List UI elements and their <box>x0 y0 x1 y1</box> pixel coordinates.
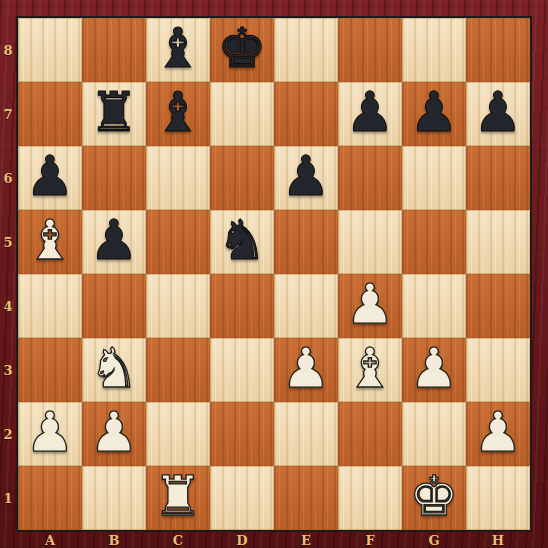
square-c6[interactable] <box>146 146 210 210</box>
file-label-text: B <box>109 533 120 548</box>
square-b1[interactable] <box>82 466 146 530</box>
square-g8[interactable] <box>402 18 466 82</box>
piece-black-bishop[interactable]: ♝ <box>153 85 202 140</box>
square-h7[interactable]: ♟ <box>466 82 530 146</box>
square-f7[interactable]: ♟ <box>338 82 402 146</box>
square-g7[interactable]: ♟ <box>402 82 466 146</box>
square-g3[interactable]: ♟ <box>402 338 466 402</box>
square-a7[interactable] <box>18 82 82 146</box>
square-d3[interactable] <box>210 338 274 402</box>
square-c3[interactable] <box>146 338 210 402</box>
square-f5[interactable] <box>338 210 402 274</box>
rank-label-1: 1 <box>0 466 16 530</box>
file-label-f: F <box>338 532 402 548</box>
square-b2[interactable]: ♟ <box>82 402 146 466</box>
piece-black-pawn[interactable]: ♟ <box>89 213 138 268</box>
piece-white-pawn[interactable]: ♟ <box>473 405 522 460</box>
piece-white-pawn[interactable]: ♟ <box>345 277 394 332</box>
rank-label-text: 5 <box>3 235 12 250</box>
square-a2[interactable]: ♟ <box>18 402 82 466</box>
square-f6[interactable] <box>338 146 402 210</box>
piece-black-knight[interactable]: ♞ <box>217 213 266 268</box>
file-label-c: C <box>146 532 210 548</box>
square-g6[interactable] <box>402 146 466 210</box>
square-g4[interactable] <box>402 274 466 338</box>
square-e2[interactable] <box>274 402 338 466</box>
file-label-text: F <box>365 533 374 548</box>
square-b7[interactable]: ♜ <box>82 82 146 146</box>
piece-white-rook[interactable]: ♜ <box>153 469 202 524</box>
file-label-d: D <box>210 532 274 548</box>
rank-label-8: 8 <box>0 18 16 82</box>
square-d7[interactable] <box>210 82 274 146</box>
rank-label-6: 6 <box>0 146 16 210</box>
square-f3[interactable]: ♝ <box>338 338 402 402</box>
square-h2[interactable]: ♟ <box>466 402 530 466</box>
square-d2[interactable] <box>210 402 274 466</box>
rank-label-4: 4 <box>0 274 16 338</box>
square-c7[interactable]: ♝ <box>146 82 210 146</box>
rank-labels: 87654321 <box>0 18 16 530</box>
piece-white-bishop[interactable]: ♝ <box>25 213 74 268</box>
square-d6[interactable] <box>210 146 274 210</box>
file-label-e: E <box>274 532 338 548</box>
square-e8[interactable] <box>274 18 338 82</box>
square-h4[interactable] <box>466 274 530 338</box>
square-b8[interactable] <box>82 18 146 82</box>
square-e6[interactable]: ♟ <box>274 146 338 210</box>
piece-white-pawn[interactable]: ♟ <box>25 405 74 460</box>
file-label-text: C <box>173 533 183 548</box>
file-label-h: H <box>466 532 530 548</box>
piece-black-pawn[interactable]: ♟ <box>281 149 330 204</box>
rank-label-7: 7 <box>0 82 16 146</box>
rank-label-text: 4 <box>3 299 12 314</box>
piece-white-bishop[interactable]: ♝ <box>345 341 394 396</box>
file-label-text: E <box>301 533 311 548</box>
square-a4[interactable] <box>18 274 82 338</box>
square-d5[interactable]: ♞ <box>210 210 274 274</box>
file-label-text: D <box>236 533 247 548</box>
rank-label-text: 6 <box>3 171 12 186</box>
square-e7[interactable] <box>274 82 338 146</box>
square-c4[interactable] <box>146 274 210 338</box>
square-f4[interactable]: ♟ <box>338 274 402 338</box>
square-d8[interactable]: ♚ <box>210 18 274 82</box>
piece-white-pawn[interactable]: ♟ <box>281 341 330 396</box>
square-e5[interactable] <box>274 210 338 274</box>
square-c2[interactable] <box>146 402 210 466</box>
rank-label-text: 3 <box>3 363 12 378</box>
rank-label-text: 1 <box>3 491 12 506</box>
rank-label-2: 2 <box>0 402 16 466</box>
rank-label-5: 5 <box>0 210 16 274</box>
piece-black-king[interactable]: ♚ <box>217 21 266 76</box>
piece-black-pawn[interactable]: ♟ <box>409 85 458 140</box>
rank-label-text: 2 <box>3 427 12 442</box>
square-h3[interactable] <box>466 338 530 402</box>
square-h6[interactable] <box>466 146 530 210</box>
file-labels: ABCDEFGH <box>18 532 530 548</box>
piece-white-knight[interactable]: ♞ <box>89 341 138 396</box>
file-label-text: A <box>45 533 55 548</box>
chess-app-window: { "game": "chess", "position": { "fen": … <box>0 0 548 548</box>
square-c8[interactable]: ♝ <box>146 18 210 82</box>
square-h8[interactable] <box>466 18 530 82</box>
square-b4[interactable] <box>82 274 146 338</box>
square-c5[interactable] <box>146 210 210 274</box>
piece-white-pawn[interactable]: ♟ <box>409 341 458 396</box>
piece-black-pawn[interactable]: ♟ <box>345 85 394 140</box>
square-g1[interactable]: ♚ <box>402 466 466 530</box>
board-grid: ♝♚♜♝♟♟♟♟♟♝♟♞♟♞♟♝♟♟♟♟♜♚ <box>18 18 530 530</box>
file-label-text: G <box>428 533 439 548</box>
square-e4[interactable] <box>274 274 338 338</box>
file-label-text: H <box>492 533 504 548</box>
square-d1[interactable] <box>210 466 274 530</box>
square-h1[interactable] <box>466 466 530 530</box>
piece-black-rook[interactable]: ♜ <box>89 85 138 140</box>
rank-label-text: 7 <box>3 107 12 122</box>
square-f8[interactable] <box>338 18 402 82</box>
chess-board: ♝♚♜♝♟♟♟♟♟♝♟♞♟♞♟♝♟♟♟♟♜♚ <box>16 16 532 532</box>
square-h5[interactable] <box>466 210 530 274</box>
square-b3[interactable]: ♞ <box>82 338 146 402</box>
piece-black-pawn[interactable]: ♟ <box>25 149 74 204</box>
square-b5[interactable]: ♟ <box>82 210 146 274</box>
square-c1[interactable]: ♜ <box>146 466 210 530</box>
file-label-b: B <box>82 532 146 548</box>
file-label-a: A <box>18 532 82 548</box>
square-f1[interactable] <box>338 466 402 530</box>
square-a3[interactable] <box>18 338 82 402</box>
square-b6[interactable] <box>82 146 146 210</box>
piece-black-bishop[interactable]: ♝ <box>153 21 202 76</box>
rank-label-text: 8 <box>3 43 12 58</box>
square-g2[interactable] <box>402 402 466 466</box>
square-f2[interactable] <box>338 402 402 466</box>
square-e1[interactable] <box>274 466 338 530</box>
rank-label-3: 3 <box>0 338 16 402</box>
square-g5[interactable] <box>402 210 466 274</box>
square-a5[interactable]: ♝ <box>18 210 82 274</box>
piece-white-pawn[interactable]: ♟ <box>89 405 138 460</box>
square-a1[interactable] <box>18 466 82 530</box>
file-label-g: G <box>402 532 466 548</box>
square-e3[interactable]: ♟ <box>274 338 338 402</box>
piece-black-pawn[interactable]: ♟ <box>473 85 522 140</box>
piece-white-king[interactable]: ♚ <box>409 469 458 524</box>
square-a6[interactable]: ♟ <box>18 146 82 210</box>
square-a8[interactable] <box>18 18 82 82</box>
square-d4[interactable] <box>210 274 274 338</box>
